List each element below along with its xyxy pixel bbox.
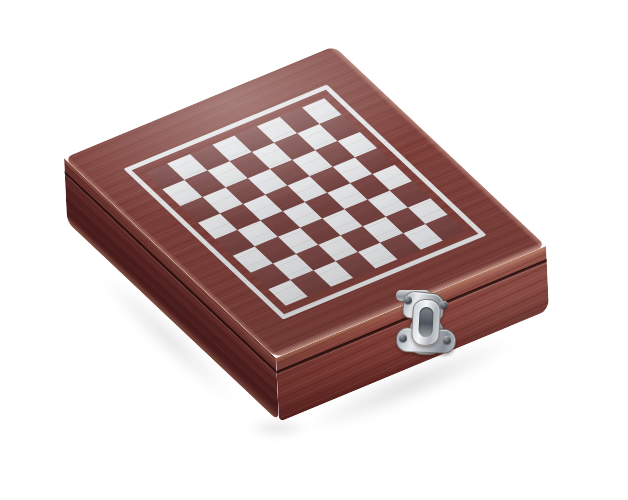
product-photo-scene [0, 0, 628, 500]
screw-icon [443, 336, 451, 344]
screw-icon [399, 334, 407, 342]
screw-icon [440, 301, 448, 309]
latch-bail [411, 298, 441, 346]
latch-clasp [396, 290, 454, 362]
latch-bail-slot [418, 307, 434, 338]
screw-icon [404, 296, 412, 304]
